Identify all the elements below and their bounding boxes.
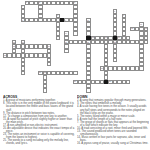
crossword-grid: 1234567891011121314151617181920212223242…	[3, 1, 148, 93]
cell-number: 23	[13, 45, 15, 47]
cell-number: 20	[65, 41, 67, 43]
grid-cell[interactable]	[64, 49, 68, 53]
cell-number: 27	[39, 71, 41, 73]
down-clue-list: 2. A song that remains popular through m…	[77, 99, 149, 145]
across-clue-item: 25. The words to a song including only t…	[3, 139, 75, 145]
grid-cell[interactable]	[139, 66, 143, 70]
cell-number: 24	[48, 45, 50, 47]
cell-number: 19	[22, 41, 24, 43]
grid-cell[interactable]	[56, 36, 60, 40]
crossword-puzzle-page: 1234567891011121314151617181920212223242…	[0, 0, 150, 150]
cell-number: 3	[74, 1, 75, 3]
grid-cell[interactable]	[73, 71, 77, 75]
cell-number: 12	[131, 27, 133, 29]
cell-number: 6	[57, 14, 58, 16]
grid-cell[interactable]	[47, 62, 51, 66]
down-clues-column: DOWN 2. A song that remains popular thro…	[77, 95, 149, 150]
grid-cell[interactable]	[126, 80, 130, 84]
cell-number: 18	[13, 41, 15, 43]
cell-number: 15	[92, 36, 94, 38]
grid-cell[interactable]	[113, 58, 117, 62]
grid-cell[interactable]	[144, 40, 148, 44]
grid-cell[interactable]	[43, 88, 47, 92]
cell-number: 26	[101, 67, 103, 69]
cell-number: 14	[65, 32, 67, 34]
cell-number: 7	[123, 14, 124, 16]
cell-number: 30	[109, 80, 111, 82]
cell-number: 28	[44, 71, 46, 73]
cell-number: 16	[105, 36, 107, 38]
cell-number: 10	[87, 19, 89, 21]
cell-number: 4	[22, 5, 23, 7]
cell-number: 11	[140, 23, 142, 25]
across-clue-list: 1. A group of musicians performing toget…	[3, 99, 75, 145]
cell-number: 5	[114, 10, 115, 12]
cell-number: 2	[39, 1, 40, 3]
grid-cell[interactable]	[86, 88, 90, 92]
cell-number: 1	[26, 1, 27, 3]
cell-number: 21	[87, 41, 89, 43]
cell-number: 22	[114, 41, 116, 43]
grid-cell[interactable]	[21, 71, 25, 75]
down-clue-item: 4. A scale having five tones in the octa…	[77, 105, 149, 114]
cell-number: 8	[22, 19, 23, 21]
down-clue-item: 16. A joyous song of praise, usually sun…	[77, 142, 149, 145]
cell-number: 25	[4, 54, 6, 56]
cell-number: 29	[74, 80, 76, 82]
cell-number: 13	[145, 27, 147, 29]
grid-cell[interactable]	[73, 31, 77, 35]
cell-number: 17	[118, 36, 120, 38]
across-clues-column: ACROSS 1. A group of musicians performin…	[3, 95, 75, 150]
cell-number: 9	[65, 19, 66, 21]
across-clue-item: 8. This note is in the very middle of th…	[3, 102, 75, 111]
